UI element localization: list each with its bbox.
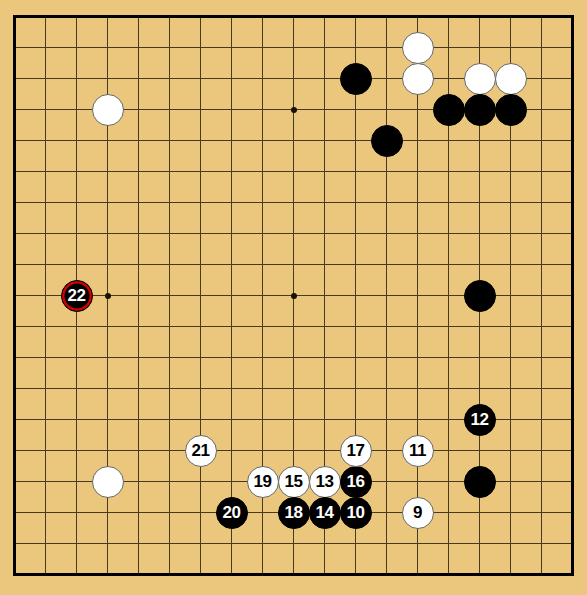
move-number-label: 21 — [192, 442, 210, 459]
stone-white-move13[interactable]: 13 — [309, 466, 341, 498]
stone-black-p16[interactable] — [433, 94, 465, 126]
move-number-label: 10 — [347, 504, 365, 521]
stone-black-q10[interactable] — [464, 280, 496, 312]
move-number-label: 17 — [347, 442, 365, 459]
star-point — [291, 293, 297, 299]
move-number-label: 15 — [285, 473, 303, 490]
stone-black-move10[interactable]: 10 — [340, 497, 372, 529]
stone-black-move14[interactable]: 14 — [309, 497, 341, 529]
stone-black-r16[interactable] — [495, 94, 527, 126]
move-number-label: 22 — [68, 287, 86, 304]
stone-white-move19[interactable]: 19 — [247, 466, 279, 498]
stone-black-move12[interactable]: 12 — [464, 404, 496, 436]
move-number-label: 9 — [413, 504, 422, 521]
move-number-label: 13 — [316, 473, 334, 490]
stone-white-o18[interactable] — [402, 32, 434, 64]
stone-white-r17[interactable] — [495, 63, 527, 95]
stone-white-d4[interactable] — [92, 466, 124, 498]
move-number-label: 14 — [316, 504, 334, 521]
move-number-label: 11 — [409, 442, 426, 459]
move-number-label: 19 — [254, 473, 272, 490]
move-number-label: 16 — [347, 473, 365, 490]
move-number-label: 12 — [471, 411, 489, 428]
stone-white-q17[interactable] — [464, 63, 496, 95]
stone-black-n15[interactable] — [371, 125, 403, 157]
stone-black-move22[interactable]: 22 — [61, 280, 93, 312]
stone-black-q16[interactable] — [464, 94, 496, 126]
stone-black-move16[interactable]: 16 — [340, 466, 372, 498]
stone-black-move20[interactable]: 20 — [216, 497, 248, 529]
stone-white-move9[interactable]: 9 — [402, 497, 434, 529]
stone-white-move17[interactable]: 17 — [340, 435, 372, 467]
stone-white-d16[interactable] — [92, 94, 124, 126]
stone-black-q4[interactable] — [464, 466, 496, 498]
star-point — [291, 107, 297, 113]
stone-white-move11[interactable]: 11 — [402, 435, 434, 467]
stone-black-m17[interactable] — [340, 63, 372, 95]
go-diagram: 910111213141516171819202122 — [0, 0, 587, 595]
star-point — [105, 293, 111, 299]
stone-black-move18[interactable]: 18 — [278, 497, 310, 529]
move-number-label: 20 — [223, 504, 241, 521]
move-number-label: 18 — [285, 504, 303, 521]
stone-white-move21[interactable]: 21 — [185, 435, 217, 467]
stone-white-o17[interactable] — [402, 63, 434, 95]
stone-white-move15[interactable]: 15 — [278, 466, 310, 498]
